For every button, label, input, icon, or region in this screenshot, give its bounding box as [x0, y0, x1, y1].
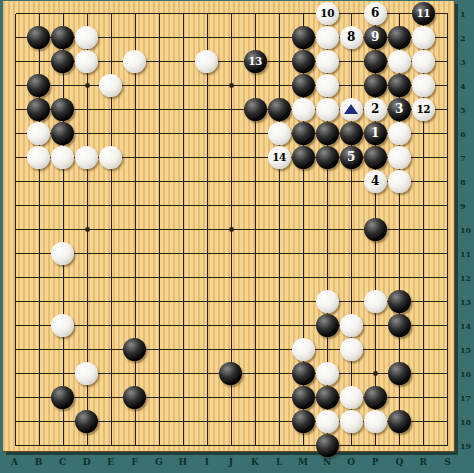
- column-label-F: F: [128, 457, 142, 467]
- black-stone-K5[interactable]: [244, 98, 267, 121]
- black-stone-N19[interactable]: [316, 434, 339, 457]
- row-label-15: 15: [460, 345, 474, 355]
- white-stone-N13[interactable]: [316, 290, 339, 313]
- black-stone-M2[interactable]: [292, 26, 315, 49]
- white-stone-O5[interactable]: [340, 98, 363, 121]
- black-stone-Q14[interactable]: [388, 314, 411, 337]
- black-stone-C5[interactable]: [51, 98, 74, 121]
- black-stone-C3[interactable]: [51, 50, 74, 73]
- star-point: [85, 227, 90, 232]
- column-label-S: S: [440, 457, 454, 467]
- black-stone-O6[interactable]: [340, 122, 363, 145]
- white-stone-P18[interactable]: [364, 410, 387, 433]
- column-label-J: J: [224, 457, 238, 467]
- row-label-18: 18: [460, 417, 474, 427]
- star-point: [229, 83, 234, 88]
- black-stone-O7[interactable]: 5: [340, 146, 363, 169]
- white-stone-B7[interactable]: [27, 146, 50, 169]
- white-stone-D7[interactable]: [75, 146, 98, 169]
- white-stone-M15[interactable]: [292, 338, 315, 361]
- column-label-C: C: [56, 457, 70, 467]
- row-label-1: 1: [460, 9, 474, 19]
- row-label-19: 19: [460, 441, 474, 451]
- black-stone-P4[interactable]: [364, 74, 387, 97]
- black-stone-P3[interactable]: [364, 50, 387, 73]
- white-stone-N1[interactable]: 10: [316, 2, 339, 25]
- white-stone-P13[interactable]: [364, 290, 387, 313]
- white-stone-D16[interactable]: [75, 362, 98, 385]
- row-label-14: 14: [460, 321, 474, 331]
- white-stone-N16[interactable]: [316, 362, 339, 385]
- move-number-label: 12: [417, 104, 431, 115]
- black-stone-B2[interactable]: [27, 26, 50, 49]
- black-stone-Q16[interactable]: [388, 362, 411, 385]
- white-stone-O2[interactable]: 8: [340, 26, 363, 49]
- black-stone-M4[interactable]: [292, 74, 315, 97]
- row-label-11: 11: [460, 249, 474, 259]
- white-stone-R4[interactable]: [412, 74, 435, 97]
- black-stone-J16[interactable]: [219, 362, 242, 385]
- row-label-2: 2: [460, 33, 474, 43]
- white-stone-M5[interactable]: [292, 98, 315, 121]
- white-stone-N5[interactable]: [316, 98, 339, 121]
- black-stone-Q18[interactable]: [388, 410, 411, 433]
- move-number-label: 4: [371, 175, 379, 187]
- black-stone-P6[interactable]: 1: [364, 122, 387, 145]
- white-stone-O14[interactable]: [340, 314, 363, 337]
- row-label-6: 6: [460, 129, 474, 139]
- black-stone-K3[interactable]: 13: [244, 50, 267, 73]
- column-label-P: P: [368, 457, 382, 467]
- black-stone-C6[interactable]: [51, 122, 74, 145]
- row-label-16: 16: [460, 369, 474, 379]
- white-stone-E4[interactable]: [99, 74, 122, 97]
- white-stone-P5[interactable]: 2: [364, 98, 387, 121]
- white-stone-E7[interactable]: [99, 146, 122, 169]
- white-stone-N4[interactable]: [316, 74, 339, 97]
- black-stone-N14[interactable]: [316, 314, 339, 337]
- black-stone-D18[interactable]: [75, 410, 98, 433]
- column-label-N: N: [320, 457, 334, 467]
- black-stone-P7[interactable]: [364, 146, 387, 169]
- row-label-5: 5: [460, 105, 474, 115]
- white-stone-N18[interactable]: [316, 410, 339, 433]
- star-point: [85, 83, 90, 88]
- move-number-label: 6: [371, 7, 379, 19]
- move-number-label: 2: [371, 103, 379, 115]
- move-number-label: 5: [347, 151, 355, 163]
- black-stone-Q5[interactable]: 3: [388, 98, 411, 121]
- black-stone-P2[interactable]: 9: [364, 26, 387, 49]
- go-board[interactable]: 106118913231211454: [3, 1, 455, 452]
- column-label-D: D: [80, 457, 94, 467]
- black-stone-F17[interactable]: [123, 386, 146, 409]
- white-stone-Q7[interactable]: [388, 146, 411, 169]
- black-stone-N7[interactable]: [316, 146, 339, 169]
- black-stone-M7[interactable]: [292, 146, 315, 169]
- black-stone-C2[interactable]: [51, 26, 74, 49]
- move-number-label: 13: [248, 56, 262, 67]
- column-label-A: A: [8, 457, 22, 467]
- move-number-label: 10: [320, 8, 334, 19]
- white-stone-P1[interactable]: 6: [364, 2, 387, 25]
- black-stone-M16[interactable]: [292, 362, 315, 385]
- move-number-label: 14: [272, 152, 286, 163]
- black-stone-N17[interactable]: [316, 386, 339, 409]
- black-stone-M3[interactable]: [292, 50, 315, 73]
- black-stone-M17[interactable]: [292, 386, 315, 409]
- black-stone-Q2[interactable]: [388, 26, 411, 49]
- white-stone-Q8[interactable]: [388, 170, 411, 193]
- row-label-7: 7: [460, 153, 474, 163]
- white-stone-C14[interactable]: [51, 314, 74, 337]
- white-stone-N2[interactable]: [316, 26, 339, 49]
- move-number-label: 9: [371, 31, 379, 43]
- triangle-marker-icon: [344, 104, 358, 114]
- row-label-3: 3: [460, 57, 474, 67]
- black-stone-F15[interactable]: [123, 338, 146, 361]
- row-label-4: 4: [460, 81, 474, 91]
- column-label-H: H: [176, 457, 190, 467]
- white-stone-O18[interactable]: [340, 410, 363, 433]
- row-label-17: 17: [460, 393, 474, 403]
- move-number-label: 1: [371, 127, 379, 139]
- black-stone-M6[interactable]: [292, 122, 315, 145]
- white-stone-P8[interactable]: 4: [364, 170, 387, 193]
- column-label-G: G: [152, 457, 166, 467]
- white-stone-F3[interactable]: [123, 50, 146, 73]
- white-stone-N3[interactable]: [316, 50, 339, 73]
- white-stone-R2[interactable]: [412, 26, 435, 49]
- white-stone-D3[interactable]: [75, 50, 98, 73]
- move-number-label: 8: [347, 31, 355, 43]
- go-diagram: 106118913231211454 ABCDEFGHIJKLMNOPQRS 1…: [0, 0, 474, 473]
- black-stone-B5[interactable]: [27, 98, 50, 121]
- black-stone-C17[interactable]: [51, 386, 74, 409]
- column-label-O: O: [344, 457, 358, 467]
- column-label-K: K: [248, 457, 262, 467]
- black-stone-Q4[interactable]: [388, 74, 411, 97]
- move-number-label: 3: [395, 103, 403, 115]
- column-label-E: E: [104, 457, 118, 467]
- white-stone-R3[interactable]: [412, 50, 435, 73]
- move-number-label: 11: [417, 8, 431, 19]
- white-stone-O15[interactable]: [340, 338, 363, 361]
- white-stone-Q3[interactable]: [388, 50, 411, 73]
- white-stone-L6[interactable]: [268, 122, 291, 145]
- column-label-R: R: [416, 457, 430, 467]
- black-stone-L5[interactable]: [268, 98, 291, 121]
- row-label-13: 13: [460, 297, 474, 307]
- column-label-M: M: [296, 457, 310, 467]
- white-stone-Q6[interactable]: [388, 122, 411, 145]
- black-stone-Q13[interactable]: [388, 290, 411, 313]
- white-stone-D2[interactable]: [75, 26, 98, 49]
- black-stone-N6[interactable]: [316, 122, 339, 145]
- column-label-I: I: [200, 457, 214, 467]
- white-stone-I3[interactable]: [195, 50, 218, 73]
- black-stone-P17[interactable]: [364, 386, 387, 409]
- row-label-9: 9: [460, 201, 474, 211]
- star-point: [373, 371, 378, 376]
- column-label-Q: Q: [392, 457, 406, 467]
- white-stone-L7[interactable]: 14: [268, 146, 291, 169]
- white-stone-B6[interactable]: [27, 122, 50, 145]
- row-label-12: 12: [460, 273, 474, 283]
- black-stone-P10[interactable]: [364, 218, 387, 241]
- white-stone-O17[interactable]: [340, 386, 363, 409]
- white-stone-R5[interactable]: 12: [412, 98, 435, 121]
- black-stone-B4[interactable]: [27, 74, 50, 97]
- white-stone-C7[interactable]: [51, 146, 74, 169]
- black-stone-M18[interactable]: [292, 410, 315, 433]
- row-label-10: 10: [460, 225, 474, 235]
- row-label-8: 8: [460, 177, 474, 187]
- column-label-B: B: [32, 457, 46, 467]
- star-point: [229, 227, 234, 232]
- white-stone-C11[interactable]: [51, 242, 74, 265]
- column-label-L: L: [272, 457, 286, 467]
- black-stone-R1[interactable]: 11: [412, 2, 435, 25]
